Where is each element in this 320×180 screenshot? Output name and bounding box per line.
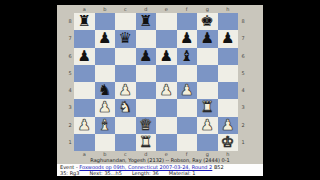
square-e5 [156,65,177,82]
square-g8: ♚ [197,13,218,30]
square-a3 [74,99,95,116]
file-labels-top: abcdefgh [74,6,238,13]
square-g5 [197,65,218,82]
rank-label-3: 3 [66,99,74,116]
black-pawn-piece: ♟ [221,30,234,47]
rank-label-8: 8 [66,13,74,30]
white-rook-piece: ♜ [201,99,214,116]
black-rook-piece: ♜ [78,13,91,30]
square-d4 [136,82,157,99]
chess-board: ♜♜♚♟♛♟♟♟♟♟♟♝♞♟♟♟♟♞♜♟♝♛♟♟♜♚ [74,13,238,151]
video-frame: abcdefgh 87654321 87654321 ♜♜♚♟♛♟♟♟♟♟♟♝♞… [0,0,320,180]
square-g2: ♟ [197,117,218,134]
square-d1: ♜ [136,134,157,151]
square-f3 [177,99,198,116]
rank-label-4: 4 [239,82,247,99]
white-rook-piece: ♜ [139,134,152,151]
next-move: Next: 35...h5 [89,170,121,176]
square-h3 [218,99,239,116]
white-pawn-piece: ♟ [180,82,193,99]
square-a4 [74,82,95,99]
square-c3: ♞ [115,99,136,116]
square-a6: ♟ [74,48,95,65]
square-a2: ♟ [74,117,95,134]
square-h7: ♟ [218,30,239,47]
rank-label-2: 2 [66,117,74,134]
square-e6: ♟ [156,48,177,65]
square-e2 [156,117,177,134]
square-h6 [218,48,239,65]
file-label-f: f [177,6,198,13]
file-label-g: g [197,6,218,13]
black-pawn-piece: ♟ [201,30,214,47]
square-f8 [177,13,198,30]
square-c8 [115,13,136,30]
square-e3 [156,99,177,116]
square-b7: ♟ [95,30,116,47]
square-d2: ♛ [136,117,157,134]
square-h1: ♚ [218,134,239,151]
rank-label-4: 4 [66,82,74,99]
rank-label-6: 6 [66,48,74,65]
square-c1 [115,134,136,151]
square-g3: ♜ [197,99,218,116]
rank-label-2: 2 [239,117,247,134]
square-b4: ♞ [95,82,116,99]
players-line: Raghunandan, Yogesh (2132) -- Robson, Ra… [57,157,263,164]
square-d5 [136,65,157,82]
square-c5 [115,65,136,82]
square-b3: ♟ [95,99,116,116]
square-c2 [115,117,136,134]
square-b6 [95,48,116,65]
eco-code: B52 [212,164,223,170]
white-knight-piece: ♞ [119,99,132,116]
square-g1 [197,134,218,151]
square-a1 [74,134,95,151]
black-pawn-piece: ♟ [139,48,152,65]
rank-label-3: 3 [239,99,247,116]
square-g7: ♟ [197,30,218,47]
black-pawn-piece: ♟ [98,30,111,47]
rank-label-8: 8 [239,13,247,30]
square-d3 [136,99,157,116]
square-d7 [136,30,157,47]
square-b8 [95,13,116,30]
black-pawn-piece: ♟ [160,48,173,65]
file-label-d: d [136,6,157,13]
file-label-e: e [156,6,177,13]
square-g6 [197,48,218,65]
rank-label-1: 1 [66,134,74,151]
rank-label-7: 7 [239,30,247,47]
square-f2 [177,117,198,134]
file-label-b: b [95,6,116,13]
white-bishop-piece: ♝ [98,117,111,134]
square-f4: ♟ [177,82,198,99]
square-a8: ♜ [74,13,95,30]
square-d8: ♜ [136,13,157,30]
square-d6: ♟ [136,48,157,65]
white-king-piece: ♚ [221,134,234,151]
status-line: 35: Rg3Next: 35...h5Length: 36Material: … [57,170,263,176]
black-pawn-piece: ♟ [78,48,91,65]
white-pawn-piece: ♟ [78,117,91,134]
black-king-piece: ♚ [201,13,214,30]
square-e4: ♟ [156,82,177,99]
rank-labels-left: 87654321 [66,13,74,151]
white-pawn-piece: ♟ [119,82,132,99]
square-f7: ♟ [177,30,198,47]
black-bishop-piece: ♝ [180,48,193,65]
square-b2: ♝ [95,117,116,134]
white-pawn-piece: ♟ [98,99,111,116]
rank-labels-right: 87654321 [239,13,247,151]
square-h4 [218,82,239,99]
square-a7 [74,30,95,47]
square-h5 [218,65,239,82]
square-f6: ♝ [177,48,198,65]
black-queen-piece: ♛ [119,30,132,47]
game-info-panel: Event - Foxwoods op 09th, Connecticut 20… [57,164,263,176]
square-h2: ♟ [218,117,239,134]
square-e1 [156,134,177,151]
rank-label-1: 1 [239,134,247,151]
square-h8 [218,13,239,30]
game-length: Length: 36 [132,170,159,176]
square-a5 [74,65,95,82]
rank-label-5: 5 [239,65,247,82]
square-c4: ♟ [115,82,136,99]
square-e8 [156,13,177,30]
material-balance: Material: 1 [169,170,196,176]
square-e7 [156,30,177,47]
square-b5 [95,65,116,82]
square-g4 [197,82,218,99]
rank-label-6: 6 [239,48,247,65]
square-c7: ♛ [115,30,136,47]
square-b1 [95,134,116,151]
file-label-h: h [218,6,239,13]
square-c6 [115,48,136,65]
black-knight-piece: ♞ [98,82,111,99]
last-move: 35: Rg3 [60,170,79,176]
white-pawn-piece: ♟ [221,117,234,134]
rank-label-7: 7 [66,30,74,47]
white-queen-piece: ♛ [139,117,152,134]
square-f1 [177,134,198,151]
black-rook-piece: ♜ [139,13,152,30]
black-pawn-piece: ♟ [180,30,193,47]
rank-label-5: 5 [66,65,74,82]
file-label-a: a [74,6,95,13]
white-pawn-piece: ♟ [201,117,214,134]
white-pawn-piece: ♟ [160,82,173,99]
file-label-c: c [115,6,136,13]
square-f5 [177,65,198,82]
